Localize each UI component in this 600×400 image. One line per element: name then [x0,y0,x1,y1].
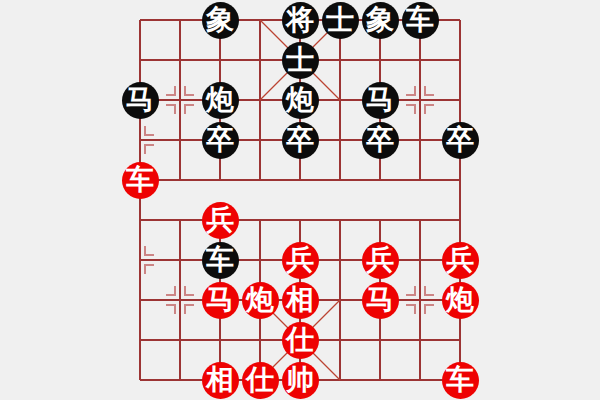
piece-black-general[interactable]: 将 [282,2,319,39]
piece-black-cannon[interactable]: 炮 [202,82,239,119]
piece-black-chariot[interactable]: 车 [202,242,239,279]
piece-red-soldier[interactable]: 兵 [202,202,239,239]
piece-black-elephant[interactable]: 象 [362,2,399,39]
xiangqi-board: 象将士象车士马炮炮马卒卒卒卒车车兵兵兵兵马炮相马炮仕相仕帅车 [0,0,600,400]
piece-black-chariot[interactable]: 车 [402,2,439,39]
piece-black-advisor[interactable]: 士 [282,42,319,79]
pieces-layer: 象将士象车士马炮炮马卒卒卒卒车车兵兵兵兵马炮相马炮仕相仕帅车 [0,0,600,400]
piece-red-chariot[interactable]: 车 [442,362,479,399]
piece-red-cannon[interactable]: 炮 [242,282,279,319]
piece-red-elephant[interactable]: 相 [202,362,239,399]
piece-red-advisor[interactable]: 仕 [282,322,319,359]
piece-red-elephant[interactable]: 相 [282,282,319,319]
piece-red-soldier[interactable]: 兵 [282,242,319,279]
piece-red-horse[interactable]: 马 [362,282,399,319]
piece-black-elephant[interactable]: 象 [202,2,239,39]
piece-red-soldier[interactable]: 兵 [362,242,399,279]
piece-black-horse[interactable]: 马 [122,82,159,119]
piece-black-advisor[interactable]: 士 [322,2,359,39]
piece-black-soldier[interactable]: 卒 [442,122,479,159]
piece-red-horse[interactable]: 马 [202,282,239,319]
piece-red-general[interactable]: 帅 [282,362,319,399]
piece-black-soldier[interactable]: 卒 [282,122,319,159]
piece-black-cannon[interactable]: 炮 [282,82,319,119]
piece-red-advisor[interactable]: 仕 [242,362,279,399]
piece-black-horse[interactable]: 马 [362,82,399,119]
piece-red-cannon[interactable]: 炮 [442,282,479,319]
piece-black-soldier[interactable]: 卒 [202,122,239,159]
piece-red-soldier[interactable]: 兵 [442,242,479,279]
piece-red-chariot[interactable]: 车 [122,162,159,199]
piece-black-soldier[interactable]: 卒 [362,122,399,159]
